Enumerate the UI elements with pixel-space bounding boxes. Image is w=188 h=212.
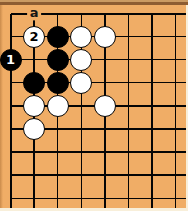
board-point-d8[interactable] xyxy=(69,164,93,187)
grid-vline xyxy=(81,14,82,26)
black-stone-c2 xyxy=(47,26,69,48)
grid-vline xyxy=(57,14,58,26)
grid-vline xyxy=(151,25,152,48)
grid-vline xyxy=(151,94,152,117)
board-point-g1[interactable] xyxy=(140,5,164,26)
grid-vline xyxy=(10,117,12,140)
board-point-g2[interactable] xyxy=(140,25,164,48)
grid-vline xyxy=(33,48,34,71)
grid-vline xyxy=(81,141,82,164)
board-point-g6[interactable] xyxy=(140,117,164,140)
board-point-f1[interactable] xyxy=(117,5,141,26)
board-point-b5[interactable] xyxy=(22,94,46,117)
board-point-h3[interactable] xyxy=(164,48,186,71)
board-point-g4[interactable] xyxy=(140,71,164,94)
grid-vline xyxy=(10,14,12,26)
board-point-h5[interactable] xyxy=(164,94,186,117)
board-point-b7[interactable] xyxy=(22,141,46,164)
board-point-a5[interactable] xyxy=(0,94,22,117)
grid-vline xyxy=(175,94,176,117)
board-point-h9[interactable] xyxy=(164,187,186,208)
grid-vline xyxy=(128,117,129,140)
black-stone-a3: 1 xyxy=(0,49,22,71)
board-point-g5[interactable] xyxy=(140,94,164,117)
grid-vline xyxy=(175,71,176,94)
grid-vline xyxy=(128,71,129,94)
board-point-e9[interactable] xyxy=(93,187,117,208)
board-point-a6[interactable] xyxy=(0,117,22,140)
grid-vline xyxy=(175,187,176,208)
board-point-b6[interactable] xyxy=(22,117,46,140)
board-point-b4[interactable] xyxy=(22,71,46,94)
board-point-c3[interactable] xyxy=(46,48,70,71)
board-point-e4[interactable] xyxy=(93,71,117,94)
board-point-c7[interactable] xyxy=(46,141,70,164)
board-point-b2[interactable]: 2 xyxy=(22,25,46,48)
white-stone-b5 xyxy=(23,95,45,117)
go-board[interactable]: a21 xyxy=(0,5,186,209)
white-stone-c5 xyxy=(47,95,69,117)
board-point-f8[interactable] xyxy=(117,164,141,187)
board-point-g3[interactable] xyxy=(140,48,164,71)
move-number: 2 xyxy=(30,30,39,43)
black-stone-c4 xyxy=(47,72,69,94)
board-point-a4[interactable] xyxy=(0,71,22,94)
white-stone-b2: 2 xyxy=(23,26,45,48)
grid-hline xyxy=(11,82,23,83)
board-point-b9[interactable] xyxy=(22,187,46,208)
white-stone-e2 xyxy=(94,26,116,48)
grid-vline xyxy=(175,14,176,26)
board-grid: a21 xyxy=(0,5,186,209)
black-stone-b4 xyxy=(23,72,45,94)
board-point-h7[interactable] xyxy=(164,141,186,164)
board-point-c1[interactable] xyxy=(46,5,70,26)
grid-vline xyxy=(81,117,82,140)
grid-hline xyxy=(11,13,23,15)
grid-vline xyxy=(104,164,105,187)
board-point-e3[interactable] xyxy=(93,48,117,71)
black-stone-c3 xyxy=(47,49,69,71)
grid-vline xyxy=(175,48,176,71)
board-point-c5[interactable] xyxy=(46,94,70,117)
grid-vline xyxy=(10,25,12,48)
grid-vline xyxy=(81,164,82,187)
board-point-e2[interactable] xyxy=(93,25,117,48)
point-label-a: a xyxy=(27,6,41,21)
grid-vline xyxy=(57,164,58,187)
grid-vline xyxy=(104,14,105,26)
board-point-h1[interactable] xyxy=(164,5,186,26)
board-point-f5[interactable] xyxy=(117,94,141,117)
grid-vline xyxy=(175,117,176,140)
grid-vline xyxy=(128,141,129,164)
board-point-a3[interactable]: 1 xyxy=(0,48,22,71)
board-point-e6[interactable] xyxy=(93,117,117,140)
board-point-f3[interactable] xyxy=(117,48,141,71)
grid-vline xyxy=(81,94,82,117)
grid-vline xyxy=(104,117,105,140)
grid-vline xyxy=(151,117,152,140)
grid-vline xyxy=(151,164,152,187)
board-point-a8[interactable] xyxy=(0,164,22,187)
grid-vline xyxy=(104,141,105,164)
grid-vline xyxy=(10,71,12,94)
board-point-c8[interactable] xyxy=(46,164,70,187)
board-point-g7[interactable] xyxy=(140,141,164,164)
board-point-f9[interactable] xyxy=(117,187,141,208)
grid-vline xyxy=(175,25,176,48)
grid-vline xyxy=(81,187,82,208)
move-number: 1 xyxy=(6,53,15,66)
grid-hline xyxy=(11,36,23,37)
right-page-margin xyxy=(186,5,188,212)
grid-vline xyxy=(33,187,34,208)
grid-vline xyxy=(33,164,34,187)
board-point-h8[interactable] xyxy=(164,164,186,187)
board-point-d2[interactable] xyxy=(69,25,93,48)
board-point-b8[interactable] xyxy=(22,164,46,187)
grid-vline xyxy=(33,141,34,164)
grid-hline xyxy=(11,198,23,199)
board-point-d3[interactable] xyxy=(69,48,93,71)
board-point-d9[interactable] xyxy=(69,187,93,208)
board-point-c2[interactable] xyxy=(46,25,70,48)
grid-vline xyxy=(128,14,129,26)
board-point-a1[interactable] xyxy=(0,5,22,26)
board-point-e5[interactable] xyxy=(93,94,117,117)
grid-vline xyxy=(10,187,12,208)
board-point-f7[interactable] xyxy=(117,141,141,164)
board-left-shade xyxy=(0,5,3,209)
board-point-e8[interactable] xyxy=(93,164,117,187)
board-point-f2[interactable] xyxy=(117,25,141,48)
grid-vline xyxy=(57,117,58,140)
board-point-h6[interactable] xyxy=(164,117,186,140)
grid-vline xyxy=(151,187,152,208)
board-point-c6[interactable] xyxy=(46,117,70,140)
board-point-a9[interactable] xyxy=(0,187,22,208)
board-point-e1[interactable] xyxy=(93,5,117,26)
white-stone-e5 xyxy=(94,95,116,117)
grid-vline xyxy=(175,141,176,164)
bottom-page-margin xyxy=(0,208,188,211)
grid-vline xyxy=(151,14,152,26)
board-point-d5[interactable] xyxy=(69,94,93,117)
board-point-g9[interactable] xyxy=(140,187,164,208)
grid-vline xyxy=(57,141,58,164)
board-point-d6[interactable] xyxy=(69,117,93,140)
board-point-d7[interactable] xyxy=(69,141,93,164)
board-point-h2[interactable] xyxy=(164,25,186,48)
board-point-a7[interactable] xyxy=(0,141,22,164)
grid-vline xyxy=(128,94,129,117)
grid-vline xyxy=(151,141,152,164)
grid-vline xyxy=(57,187,58,208)
grid-vline xyxy=(104,187,105,208)
grid-hline xyxy=(11,105,23,106)
grid-vline xyxy=(175,164,176,187)
go-diagram: a21 xyxy=(0,0,188,211)
board-point-d1[interactable] xyxy=(69,5,93,26)
board-point-b1[interactable]: a xyxy=(22,5,46,26)
grid-vline xyxy=(128,48,129,71)
white-stone-d2 xyxy=(70,26,92,48)
grid-vline xyxy=(151,71,152,94)
grid-vline xyxy=(128,187,129,208)
board-point-f6[interactable] xyxy=(117,117,141,140)
grid-vline xyxy=(128,164,129,187)
board-point-e7[interactable] xyxy=(93,141,117,164)
grid-hline xyxy=(11,151,23,152)
grid-hline xyxy=(11,174,23,175)
board-point-h4[interactable] xyxy=(164,71,186,94)
board-point-d4[interactable] xyxy=(69,71,93,94)
white-stone-d3 xyxy=(70,49,92,71)
board-point-b3[interactable] xyxy=(22,48,46,71)
grid-vline xyxy=(151,48,152,71)
white-stone-d4 xyxy=(70,72,92,94)
grid-vline xyxy=(104,71,105,94)
grid-hline xyxy=(11,128,23,129)
white-stone-b6 xyxy=(23,118,45,140)
grid-vline xyxy=(128,25,129,48)
grid-vline xyxy=(10,94,12,117)
grid-vline xyxy=(104,48,105,71)
board-point-g8[interactable] xyxy=(140,164,164,187)
grid-vline xyxy=(10,164,12,187)
grid-vline xyxy=(10,141,12,164)
board-point-c4[interactable] xyxy=(46,71,70,94)
board-point-f4[interactable] xyxy=(117,71,141,94)
board-point-c9[interactable] xyxy=(46,187,70,208)
board-point-a2[interactable] xyxy=(0,25,22,48)
